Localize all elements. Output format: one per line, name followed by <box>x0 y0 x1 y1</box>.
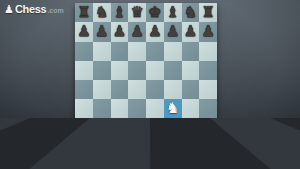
piece-black-pawn[interactable]: ♟ <box>199 22 217 41</box>
square-h4[interactable] <box>199 80 217 99</box>
piece-white-rook[interactable]: ♜ <box>199 138 217 157</box>
logo-tld-text: .com <box>47 7 63 14</box>
square-c3[interactable] <box>111 99 129 118</box>
logo-brand-text: Chess <box>15 3 47 15</box>
square-a1[interactable]: ♜ <box>75 138 93 157</box>
square-a8[interactable]: ♜ <box>75 3 93 22</box>
square-g6[interactable] <box>182 42 200 61</box>
square-e4[interactable] <box>146 80 164 99</box>
square-f5[interactable] <box>164 61 182 80</box>
square-b3[interactable] <box>93 99 111 118</box>
square-d3[interactable] <box>128 99 146 118</box>
square-g3[interactable] <box>182 99 200 118</box>
square-a5[interactable] <box>75 61 93 80</box>
square-f3[interactable]: ♞ <box>164 99 182 118</box>
game-scene: ♟ Chess .com ♜♞♝♛♚♝♞♜♟♟♟♟♟♟♟♟♞♟♟♟♟♟♟♟♟♜♞… <box>0 0 300 169</box>
piece-white-queen[interactable]: ♛ <box>128 138 146 157</box>
square-g4[interactable] <box>182 80 200 99</box>
square-a2[interactable]: ♟ <box>75 119 93 138</box>
chesscom-logo[interactable]: ♟ Chess .com <box>4 3 64 15</box>
square-h8[interactable]: ♜ <box>199 3 217 22</box>
square-f1[interactable]: ♝ <box>164 138 182 157</box>
square-h7[interactable]: ♟ <box>199 22 217 41</box>
square-b4[interactable] <box>93 80 111 99</box>
square-h1[interactable]: ♜ <box>199 138 217 157</box>
square-c8[interactable]: ♝ <box>111 3 129 22</box>
square-e1[interactable]: ♚ <box>146 138 164 157</box>
square-a3[interactable] <box>75 99 93 118</box>
square-c2[interactable]: ♟ <box>111 119 129 138</box>
piece-white-pawn[interactable]: ♟ <box>164 119 182 138</box>
square-d5[interactable] <box>128 61 146 80</box>
piece-black-pawn[interactable]: ♟ <box>93 22 111 41</box>
square-c5[interactable] <box>111 61 129 80</box>
square-f2[interactable]: ♟ <box>164 119 182 138</box>
piece-white-knight[interactable]: ♞ <box>164 99 182 118</box>
piece-black-bishop[interactable]: ♝ <box>111 3 129 22</box>
square-b8[interactable]: ♞ <box>93 3 111 22</box>
square-c4[interactable] <box>111 80 129 99</box>
square-d8[interactable]: ♛ <box>128 3 146 22</box>
piece-black-pawn[interactable]: ♟ <box>182 22 200 41</box>
square-g7[interactable]: ♟ <box>182 22 200 41</box>
piece-black-rook[interactable]: ♜ <box>199 3 217 22</box>
square-g2[interactable]: ♟ <box>182 119 200 138</box>
piece-white-pawn[interactable]: ♟ <box>182 119 200 138</box>
piece-black-pawn[interactable]: ♟ <box>146 22 164 41</box>
piece-black-knight[interactable]: ♞ <box>182 3 200 22</box>
square-h2[interactable]: ♟ <box>199 119 217 138</box>
square-f6[interactable] <box>164 42 182 61</box>
square-a7[interactable]: ♟ <box>75 22 93 41</box>
square-e6[interactable] <box>146 42 164 61</box>
square-c1[interactable]: ♝ <box>111 138 129 157</box>
square-f8[interactable]: ♝ <box>164 3 182 22</box>
square-b5[interactable] <box>93 61 111 80</box>
square-b2[interactable]: ♟ <box>93 119 111 138</box>
piece-white-bishop[interactable]: ♝ <box>164 138 182 157</box>
piece-white-pawn[interactable]: ♟ <box>146 119 164 138</box>
piece-black-knight[interactable]: ♞ <box>93 3 111 22</box>
square-f7[interactable]: ♟ <box>164 22 182 41</box>
piece-white-bishop[interactable]: ♝ <box>111 138 129 157</box>
square-e2[interactable]: ♟ <box>146 119 164 138</box>
square-d1[interactable]: ♛ <box>128 138 146 157</box>
piece-black-pawn[interactable]: ♟ <box>111 22 129 41</box>
piece-black-king[interactable]: ♚ <box>146 3 164 22</box>
square-c7[interactable]: ♟ <box>111 22 129 41</box>
square-d2[interactable]: ♟ <box>128 119 146 138</box>
piece-white-knight[interactable]: ♞ <box>93 138 111 157</box>
square-f4[interactable] <box>164 80 182 99</box>
piece-black-bishop[interactable]: ♝ <box>164 3 182 22</box>
square-h6[interactable] <box>199 42 217 61</box>
square-e5[interactable] <box>146 61 164 80</box>
piece-white-pawn[interactable]: ♟ <box>75 119 93 138</box>
square-g8[interactable]: ♞ <box>182 3 200 22</box>
square-d6[interactable] <box>128 42 146 61</box>
square-d4[interactable] <box>128 80 146 99</box>
piece-white-rook[interactable]: ♜ <box>75 138 93 157</box>
piece-white-king[interactable]: ♚ <box>146 138 164 157</box>
piece-black-queen[interactable]: ♛ <box>128 3 146 22</box>
piece-white-pawn[interactable]: ♟ <box>128 119 146 138</box>
square-d7[interactable]: ♟ <box>128 22 146 41</box>
pawn-logo-icon: ♟ <box>4 4 14 15</box>
square-h5[interactable] <box>199 61 217 80</box>
square-a6[interactable] <box>75 42 93 61</box>
square-e3[interactable] <box>146 99 164 118</box>
piece-black-pawn[interactable]: ♟ <box>128 22 146 41</box>
square-e7[interactable]: ♟ <box>146 22 164 41</box>
square-g5[interactable] <box>182 61 200 80</box>
piece-black-pawn[interactable]: ♟ <box>164 22 182 41</box>
square-b6[interactable] <box>93 42 111 61</box>
piece-black-pawn[interactable]: ♟ <box>75 22 93 41</box>
chess-board: ♜♞♝♛♚♝♞♜♟♟♟♟♟♟♟♟♞♟♟♟♟♟♟♟♟♜♞♝♛♚♝♞♜ <box>75 3 217 157</box>
piece-white-pawn[interactable]: ♟ <box>199 119 217 138</box>
square-g1[interactable]: ♞ <box>182 138 200 157</box>
square-c6[interactable] <box>111 42 129 61</box>
square-b1[interactable]: ♞ <box>93 138 111 157</box>
square-h3[interactable] <box>199 99 217 118</box>
piece-white-pawn[interactable]: ♟ <box>111 119 129 138</box>
piece-white-pawn[interactable]: ♟ <box>93 119 111 138</box>
square-e8[interactable]: ♚ <box>146 3 164 22</box>
square-a4[interactable] <box>75 80 93 99</box>
square-b7[interactable]: ♟ <box>93 22 111 41</box>
piece-white-knight[interactable]: ♞ <box>182 138 200 157</box>
piece-black-rook[interactable]: ♜ <box>75 3 93 22</box>
